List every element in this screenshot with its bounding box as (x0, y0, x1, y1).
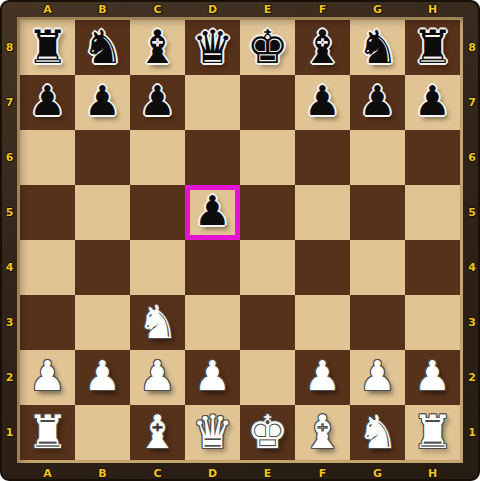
square-g7[interactable]: ♟ (350, 75, 405, 130)
square-a1[interactable]: ♜ (20, 405, 75, 460)
white-pawn-piece[interactable]: ♟ (194, 356, 231, 397)
square-f2[interactable]: ♟ (295, 350, 350, 405)
square-d2[interactable]: ♟ (185, 350, 240, 405)
black-pawn-piece[interactable]: ♟ (304, 81, 341, 122)
square-g1[interactable]: ♞ (350, 405, 405, 460)
square-c4[interactable] (130, 240, 185, 295)
black-pawn-piece[interactable]: ♟ (414, 81, 451, 122)
black-rook-piece[interactable]: ♜ (27, 24, 68, 70)
square-a7[interactable]: ♟ (20, 75, 75, 130)
black-pawn-piece[interactable]: ♟ (139, 81, 176, 122)
file-label-g: G (350, 2, 405, 17)
square-c8[interactable]: ♝ (130, 20, 185, 75)
square-d3[interactable] (185, 295, 240, 350)
square-d7[interactable] (185, 75, 240, 130)
rank-label-5: 5 (462, 185, 480, 240)
file-label-b: B (75, 2, 130, 17)
square-d5[interactable]: ♟ (185, 185, 240, 240)
black-bishop-piece[interactable]: ♝ (302, 24, 343, 70)
file-label-a: A (20, 463, 75, 481)
white-king-piece[interactable]: ♚ (247, 409, 288, 455)
square-g2[interactable]: ♟ (350, 350, 405, 405)
chess-board-frame: ♜♞♝♛♚♝♞♜♟♟♟♟♟♟♟♞♟♟♟♟♟♟♟♜♝♛♚♝♞♜ ABCDEFGH … (0, 0, 480, 481)
square-b7[interactable]: ♟ (75, 75, 130, 130)
black-bishop-piece[interactable]: ♝ (137, 24, 178, 70)
rank-labels-right: 87654321 (462, 20, 480, 460)
square-b5[interactable] (75, 185, 130, 240)
square-h4[interactable] (405, 240, 460, 295)
square-e4[interactable] (240, 240, 295, 295)
black-pawn-piece[interactable]: ♟ (84, 81, 121, 122)
file-label-c: C (130, 2, 185, 17)
square-f6[interactable] (295, 130, 350, 185)
black-knight-piece[interactable]: ♞ (357, 24, 398, 70)
file-label-f: F (295, 2, 350, 17)
square-f5[interactable] (295, 185, 350, 240)
square-f8[interactable]: ♝ (295, 20, 350, 75)
rank-label-1: 1 (462, 405, 480, 460)
rank-label-2: 2 (2, 350, 17, 405)
file-label-h: H (405, 463, 460, 481)
file-label-h: H (405, 2, 460, 17)
white-pawn-piece[interactable]: ♟ (84, 356, 121, 397)
file-label-b: B (75, 463, 130, 481)
square-g8[interactable]: ♞ (350, 20, 405, 75)
rank-label-8: 8 (462, 20, 480, 75)
square-h2[interactable]: ♟ (405, 350, 460, 405)
white-knight-piece[interactable]: ♞ (137, 299, 178, 345)
square-f3[interactable] (295, 295, 350, 350)
white-pawn-piece[interactable]: ♟ (414, 356, 451, 397)
white-rook-piece[interactable]: ♜ (27, 409, 68, 455)
square-e5[interactable] (240, 185, 295, 240)
square-e7[interactable] (240, 75, 295, 130)
rank-label-1: 1 (2, 405, 17, 460)
square-b6[interactable] (75, 130, 130, 185)
rank-label-8: 8 (2, 20, 17, 75)
square-a5[interactable] (20, 185, 75, 240)
black-pawn-piece[interactable]: ♟ (359, 81, 396, 122)
square-h1[interactable]: ♜ (405, 405, 460, 460)
square-h7[interactable]: ♟ (405, 75, 460, 130)
square-c3[interactable]: ♞ (130, 295, 185, 350)
square-g4[interactable] (350, 240, 405, 295)
file-label-g: G (350, 463, 405, 481)
white-pawn-piece[interactable]: ♟ (139, 356, 176, 397)
square-b1[interactable] (75, 405, 130, 460)
rank-label-4: 4 (2, 240, 17, 295)
square-a8[interactable]: ♜ (20, 20, 75, 75)
file-label-e: E (240, 2, 295, 17)
square-h8[interactable]: ♜ (405, 20, 460, 75)
black-king-piece[interactable]: ♚ (247, 24, 288, 70)
black-rook-piece[interactable]: ♜ (412, 24, 453, 70)
square-c5[interactable] (130, 185, 185, 240)
rank-label-5: 5 (2, 185, 17, 240)
black-pawn-piece[interactable]: ♟ (194, 191, 231, 232)
white-bishop-piece[interactable]: ♝ (302, 409, 343, 455)
white-pawn-piece[interactable]: ♟ (304, 356, 341, 397)
white-pawn-piece[interactable]: ♟ (29, 356, 66, 397)
file-label-d: D (185, 2, 240, 17)
square-e6[interactable] (240, 130, 295, 185)
white-queen-piece[interactable]: ♛ (192, 409, 233, 455)
black-pawn-piece[interactable]: ♟ (29, 81, 66, 122)
rank-labels-left: 87654321 (2, 20, 17, 460)
square-a6[interactable] (20, 130, 75, 185)
file-label-c: C (130, 463, 185, 481)
rank-label-7: 7 (462, 75, 480, 130)
square-f1[interactable]: ♝ (295, 405, 350, 460)
square-b3[interactable] (75, 295, 130, 350)
square-b2[interactable]: ♟ (75, 350, 130, 405)
square-h5[interactable] (405, 185, 460, 240)
file-label-d: D (185, 463, 240, 481)
square-d8[interactable]: ♛ (185, 20, 240, 75)
square-a3[interactable] (20, 295, 75, 350)
square-e3[interactable] (240, 295, 295, 350)
square-a2[interactable]: ♟ (20, 350, 75, 405)
file-labels-bottom: ABCDEFGH (20, 463, 460, 481)
square-a4[interactable] (20, 240, 75, 295)
file-labels-top: ABCDEFGH (20, 2, 460, 17)
rank-label-7: 7 (2, 75, 17, 130)
rank-label-3: 3 (462, 295, 480, 350)
white-pawn-piece[interactable]: ♟ (359, 356, 396, 397)
square-b8[interactable]: ♞ (75, 20, 130, 75)
file-label-f: F (295, 463, 350, 481)
square-b4[interactable] (75, 240, 130, 295)
chess-board: ♜♞♝♛♚♝♞♜♟♟♟♟♟♟♟♞♟♟♟♟♟♟♟♜♝♛♚♝♞♜ (17, 17, 463, 463)
square-c6[interactable] (130, 130, 185, 185)
square-h3[interactable] (405, 295, 460, 350)
square-c1[interactable]: ♝ (130, 405, 185, 460)
square-g3[interactable] (350, 295, 405, 350)
square-h6[interactable] (405, 130, 460, 185)
square-d4[interactable] (185, 240, 240, 295)
black-queen-piece[interactable]: ♛ (192, 24, 233, 70)
square-c7[interactable]: ♟ (130, 75, 185, 130)
square-g5[interactable] (350, 185, 405, 240)
rank-label-4: 4 (462, 240, 480, 295)
white-rook-piece[interactable]: ♜ (412, 409, 453, 455)
file-label-e: E (240, 463, 295, 481)
square-f4[interactable] (295, 240, 350, 295)
square-d6[interactable] (185, 130, 240, 185)
square-g6[interactable] (350, 130, 405, 185)
white-bishop-piece[interactable]: ♝ (137, 409, 178, 455)
square-e2[interactable] (240, 350, 295, 405)
rank-label-3: 3 (2, 295, 17, 350)
square-d1[interactable]: ♛ (185, 405, 240, 460)
black-knight-piece[interactable]: ♞ (82, 24, 123, 70)
square-f7[interactable]: ♟ (295, 75, 350, 130)
file-label-a: A (20, 2, 75, 17)
square-e1[interactable]: ♚ (240, 405, 295, 460)
square-c2[interactable]: ♟ (130, 350, 185, 405)
square-e8[interactable]: ♚ (240, 20, 295, 75)
rank-label-6: 6 (462, 130, 480, 185)
rank-label-6: 6 (2, 130, 17, 185)
rank-label-2: 2 (462, 350, 480, 405)
white-knight-piece[interactable]: ♞ (357, 409, 398, 455)
